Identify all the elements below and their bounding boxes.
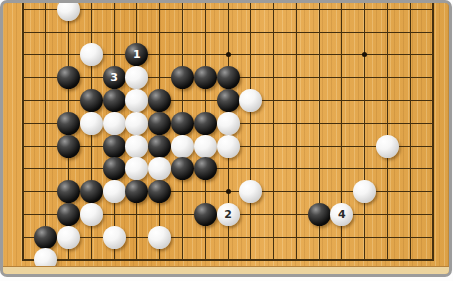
grid-line-horizontal (22, 237, 434, 238)
black-stone: 3 (103, 66, 126, 89)
black-stone (194, 112, 217, 135)
black-stone (103, 135, 126, 158)
hoshi-star-point (226, 52, 231, 57)
black-stone (148, 112, 171, 135)
grid-line-vertical (387, 3, 388, 261)
black-stone (148, 89, 171, 112)
hoshi-star-point (226, 189, 231, 194)
board-frame: 1324 (0, 0, 452, 277)
white-stone: 2 (217, 203, 240, 226)
white-stone (80, 203, 103, 226)
white-stone (125, 157, 148, 180)
black-stone (148, 180, 171, 203)
grid-line-vertical (410, 3, 411, 261)
board-bottom-edge (3, 266, 449, 274)
black-stone (57, 180, 80, 203)
black-stone (194, 157, 217, 180)
white-stone (80, 112, 103, 135)
grid-line-vertical (45, 3, 46, 261)
white-stone (376, 135, 399, 158)
hoshi-star-point (362, 52, 367, 57)
white-stone (125, 89, 148, 112)
white-stone (57, 226, 80, 249)
move-number-label: 2 (217, 203, 240, 226)
grid-line-vertical (273, 3, 274, 261)
white-stone (148, 226, 171, 249)
grid-line-horizontal (22, 259, 434, 261)
black-stone (171, 66, 194, 89)
white-stone (103, 112, 126, 135)
white-stone (217, 112, 240, 135)
move-number-label: 3 (103, 66, 126, 89)
black-stone (308, 203, 331, 226)
white-stone (125, 112, 148, 135)
grid-line-vertical (22, 3, 24, 261)
black-stone (80, 180, 103, 203)
grid-line-horizontal (22, 32, 434, 33)
grid-line-horizontal (22, 9, 434, 10)
white-stone (103, 180, 126, 203)
black-stone (217, 66, 240, 89)
white-stone (171, 135, 194, 158)
black-stone (217, 89, 240, 112)
grid-line-horizontal (22, 168, 434, 169)
white-stone (80, 43, 103, 66)
black-stone (171, 112, 194, 135)
black-stone (57, 112, 80, 135)
white-stone (239, 180, 262, 203)
black-stone (148, 135, 171, 158)
grid-line-vertical (432, 3, 434, 261)
black-stone (103, 157, 126, 180)
white-stone (148, 157, 171, 180)
black-stone (34, 226, 57, 249)
white-stone (125, 66, 148, 89)
black-stone (57, 66, 80, 89)
black-stone (103, 89, 126, 112)
white-stone (217, 135, 240, 158)
black-stone (125, 180, 148, 203)
white-stone (239, 89, 262, 112)
white-stone (194, 135, 217, 158)
white-stone (125, 135, 148, 158)
move-number-label: 1 (125, 43, 148, 66)
white-stone (103, 226, 126, 249)
grid-line-vertical (296, 3, 297, 261)
grid-line-vertical (250, 3, 251, 261)
black-stone (80, 89, 103, 112)
black-stone: 1 (125, 43, 148, 66)
move-number-label: 4 (330, 203, 353, 226)
go-board[interactable]: 1324 (3, 3, 449, 274)
black-stone (57, 135, 80, 158)
black-stone (194, 66, 217, 89)
black-stone (171, 157, 194, 180)
grid-line-vertical (364, 3, 365, 261)
white-stone (57, 0, 80, 21)
black-stone (194, 203, 217, 226)
go-viewer-window: 1324 (0, 0, 453, 281)
white-stone (353, 180, 376, 203)
black-stone (57, 203, 80, 226)
white-stone: 4 (330, 203, 353, 226)
